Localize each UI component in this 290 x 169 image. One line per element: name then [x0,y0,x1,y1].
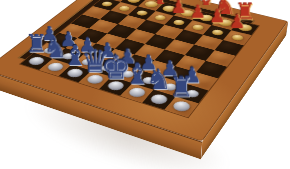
piece-glyph: ♜ [162,67,201,106]
square-h1[interactable]: ♜ [165,97,199,118]
piece-glyph: ♟ [221,4,254,37]
chess-set-photo: ♜♞♝♛♚♝♞♜♟♟♟♟♟♟♟♟♟♟♟♟♟♟♟♟♜♞♝♛♚♝♞♜ [0,0,290,169]
square-h7[interactable]: ♟ [223,30,251,45]
white-rook-h1[interactable]: ♜ [165,97,199,118]
black-pawn-h7[interactable]: ♟ [223,30,251,45]
decorative-border-band: ♜♞♝♛♚♝♞♜♟♟♟♟♟♟♟♟♟♟♟♟♟♟♟♟♜♞♝♛♚♝♞♜ [19,0,255,109]
